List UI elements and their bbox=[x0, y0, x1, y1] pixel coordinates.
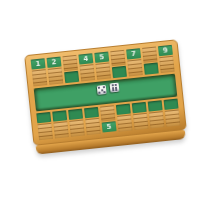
tile-slats bbox=[110, 50, 125, 66]
tile-slats bbox=[80, 64, 96, 81]
die-pip bbox=[99, 91, 101, 93]
number-plate-bottom-5: 5 bbox=[102, 121, 117, 132]
tile-top-3-shut bbox=[62, 55, 79, 83]
tile-bottom-9-shut bbox=[164, 99, 181, 127]
number-plate-top-2: 2 bbox=[47, 57, 62, 68]
tile-top-1-open: 1 bbox=[31, 58, 48, 86]
tile-top-6-shut bbox=[110, 50, 127, 78]
die-pip bbox=[112, 89, 114, 91]
felt-gap bbox=[112, 66, 127, 78]
tile-slats bbox=[62, 55, 77, 71]
tile-bottom-5-open: 5 bbox=[100, 105, 117, 133]
die-2-showing-6 bbox=[110, 83, 120, 93]
die-pip bbox=[103, 91, 105, 93]
tile-bottom-6-shut bbox=[116, 104, 133, 132]
number-plate-top-5: 5 bbox=[94, 52, 109, 63]
tile-top-9-open: 9 bbox=[158, 45, 175, 73]
tile-slats bbox=[48, 67, 64, 84]
tile-slats bbox=[95, 62, 111, 79]
tile-slats bbox=[159, 56, 175, 73]
tile-slats bbox=[133, 113, 149, 130]
tile-top-4-open: 4 bbox=[78, 53, 95, 81]
tile-bottom-4-shut bbox=[84, 107, 101, 135]
tile-slats bbox=[142, 47, 157, 63]
felt-gap bbox=[164, 99, 179, 110]
die-pip bbox=[103, 86, 105, 88]
tile-slats bbox=[37, 123, 53, 140]
tile-top-7-open: 7 bbox=[126, 48, 143, 76]
tile-slats bbox=[100, 105, 115, 121]
felt-gap bbox=[116, 104, 131, 115]
tile-top-8-shut bbox=[142, 47, 159, 75]
tile-top-5-open: 5 bbox=[94, 52, 111, 80]
tile-slats bbox=[32, 69, 48, 86]
tile-slats bbox=[85, 118, 101, 135]
die-1-showing-5 bbox=[97, 85, 107, 95]
tile-slats bbox=[53, 121, 69, 138]
tile-bottom-8-shut bbox=[148, 100, 165, 128]
felt-gap bbox=[144, 62, 159, 74]
number-plate-top-9: 9 bbox=[158, 45, 173, 56]
product-photo: 124579 5 bbox=[0, 0, 220, 220]
tile-bottom-1-shut bbox=[36, 112, 53, 140]
felt-gap bbox=[148, 100, 163, 111]
tile-bottom-2-shut bbox=[52, 110, 69, 138]
die-pip bbox=[116, 89, 118, 91]
tile-slats bbox=[149, 111, 165, 128]
number-plate-top-1: 1 bbox=[31, 58, 46, 69]
tile-slats bbox=[165, 109, 181, 126]
number-plate-top-7: 7 bbox=[126, 48, 141, 59]
tile-bottom-3-shut bbox=[68, 109, 85, 137]
felt-gap bbox=[132, 102, 147, 113]
tile-bottom-7-shut bbox=[132, 102, 149, 130]
tile-slats bbox=[127, 59, 143, 76]
tile-slats bbox=[117, 114, 133, 131]
tile-slats bbox=[69, 120, 85, 137]
felt-gap bbox=[52, 110, 67, 121]
board-face: 124579 5 bbox=[24, 39, 187, 146]
felt-gap bbox=[64, 71, 79, 83]
felt-gap bbox=[36, 112, 51, 123]
felt-gap bbox=[68, 109, 83, 120]
shut-the-box-board: 124579 5 bbox=[24, 39, 188, 156]
tile-top-2-open: 2 bbox=[47, 57, 64, 85]
felt-gap bbox=[84, 107, 99, 118]
number-plate-top-4: 4 bbox=[78, 53, 93, 64]
